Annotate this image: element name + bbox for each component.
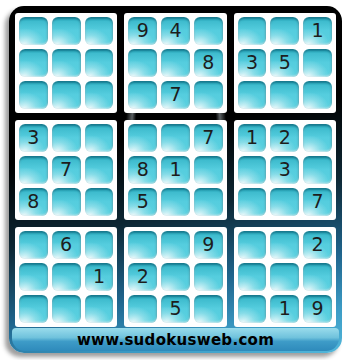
sudoku-cell-r8c4[interactable]: 2 <box>128 263 157 291</box>
sudoku-box-3: 135 <box>234 13 336 113</box>
sudoku-cell-r2c1[interactable] <box>19 49 48 77</box>
sudoku-cell-r7c2[interactable]: 6 <box>52 231 81 259</box>
sudoku-cell-r9c8[interactable]: 1 <box>270 295 299 323</box>
website-link[interactable]: www.sudokusweb.com <box>77 331 274 349</box>
sudoku-cell-r6c8[interactable] <box>270 188 299 216</box>
sudoku-cell-r1c4[interactable]: 9 <box>128 17 157 45</box>
sudoku-cell-r6c9[interactable]: 7 <box>303 188 332 216</box>
sudoku-cell-r5c7[interactable] <box>238 156 267 184</box>
sudoku-cell-r5c3[interactable] <box>85 156 114 184</box>
sudoku-box-1 <box>15 13 117 113</box>
sudoku-cell-r3c1[interactable] <box>19 81 48 109</box>
sudoku-cell-r7c1[interactable] <box>19 231 48 259</box>
sudoku-cell-r8c5[interactable] <box>161 263 190 291</box>
sudoku-cell-r9c5[interactable]: 5 <box>161 295 190 323</box>
sudoku-cell-r3c9[interactable] <box>303 81 332 109</box>
sudoku-cell-r7c8[interactable] <box>270 231 299 259</box>
sudoku-cell-r3c6[interactable] <box>194 81 223 109</box>
sudoku-cell-r6c3[interactable] <box>85 188 114 216</box>
sudoku-cell-r3c8[interactable] <box>270 81 299 109</box>
sudoku-cell-r3c3[interactable] <box>85 81 114 109</box>
sudoku-grid: 94871353787815123761925219 <box>15 13 336 327</box>
sudoku-cell-r5c9[interactable] <box>303 156 332 184</box>
sudoku-cell-r6c2[interactable] <box>52 188 81 216</box>
sudoku-cell-r2c9[interactable] <box>303 49 332 77</box>
sudoku-cell-r5c5[interactable]: 1 <box>161 156 190 184</box>
sudoku-cell-r2c3[interactable] <box>85 49 114 77</box>
sudoku-cell-r9c7[interactable] <box>238 295 267 323</box>
sudoku-cell-r9c4[interactable] <box>128 295 157 323</box>
sudoku-cell-r6c6[interactable] <box>194 188 223 216</box>
sudoku-cell-r9c9[interactable]: 9 <box>303 295 332 323</box>
sudoku-box-6: 1237 <box>234 120 336 220</box>
sudoku-cell-r1c5[interactable]: 4 <box>161 17 190 45</box>
sudoku-cell-r7c4[interactable] <box>128 231 157 259</box>
sudoku-cell-r3c2[interactable] <box>52 81 81 109</box>
sudoku-cell-r7c6[interactable]: 9 <box>194 231 223 259</box>
sudoku-cell-r2c7[interactable]: 3 <box>238 49 267 77</box>
sudoku-cell-r9c2[interactable] <box>52 295 81 323</box>
sudoku-cell-r5c2[interactable]: 7 <box>52 156 81 184</box>
sudoku-cell-r9c6[interactable] <box>194 295 223 323</box>
sudoku-cell-r2c6[interactable]: 8 <box>194 49 223 77</box>
sudoku-box-9: 219 <box>234 227 336 327</box>
sudoku-cell-r6c1[interactable]: 8 <box>19 188 48 216</box>
sudoku-box-2: 9487 <box>124 13 226 113</box>
sudoku-cell-r3c4[interactable] <box>128 81 157 109</box>
sudoku-cell-r8c1[interactable] <box>19 263 48 291</box>
sudoku-cell-r1c1[interactable] <box>19 17 48 45</box>
sudoku-cell-r4c4[interactable] <box>128 124 157 152</box>
sudoku-box-8: 925 <box>124 227 226 327</box>
sudoku-cell-r7c7[interactable] <box>238 231 267 259</box>
sudoku-cell-r7c9[interactable]: 2 <box>303 231 332 259</box>
sudoku-cell-r1c7[interactable] <box>238 17 267 45</box>
sudoku-cell-r2c8[interactable]: 5 <box>270 49 299 77</box>
sudoku-cell-r6c5[interactable] <box>161 188 190 216</box>
sudoku-cell-r4c3[interactable] <box>85 124 114 152</box>
sudoku-cell-r2c4[interactable] <box>128 49 157 77</box>
sudoku-cell-r4c1[interactable]: 3 <box>19 124 48 152</box>
sudoku-cell-r7c3[interactable] <box>85 231 114 259</box>
sudoku-cell-r9c3[interactable] <box>85 295 114 323</box>
footer-bar: www.sudokusweb.com <box>12 328 339 351</box>
sudoku-box-5: 7815 <box>124 120 226 220</box>
sudoku-cell-r3c7[interactable] <box>238 81 267 109</box>
sudoku-cell-r8c6[interactable] <box>194 263 223 291</box>
sudoku-cell-r8c9[interactable] <box>303 263 332 291</box>
sudoku-cell-r8c7[interactable] <box>238 263 267 291</box>
sudoku-cell-r1c6[interactable] <box>194 17 223 45</box>
sudoku-cell-r5c4[interactable]: 8 <box>128 156 157 184</box>
sudoku-cell-r1c8[interactable] <box>270 17 299 45</box>
sudoku-cell-r5c6[interactable] <box>194 156 223 184</box>
sudoku-cell-r3c5[interactable]: 7 <box>161 81 190 109</box>
sudoku-cell-r8c3[interactable]: 1 <box>85 263 114 291</box>
sudoku-cell-r1c9[interactable]: 1 <box>303 17 332 45</box>
sudoku-cell-r4c7[interactable]: 1 <box>238 124 267 152</box>
sudoku-cell-r8c2[interactable] <box>52 263 81 291</box>
sudoku-cell-r1c3[interactable] <box>85 17 114 45</box>
sudoku-cell-r6c7[interactable] <box>238 188 267 216</box>
sudoku-cell-r5c1[interactable] <box>19 156 48 184</box>
sudoku-cell-r8c8[interactable] <box>270 263 299 291</box>
sudoku-box-7: 61 <box>15 227 117 327</box>
sudoku-cell-r9c1[interactable] <box>19 295 48 323</box>
sudoku-cell-r4c2[interactable] <box>52 124 81 152</box>
sudoku-box-4: 378 <box>15 120 117 220</box>
sudoku-cell-r6c4[interactable]: 5 <box>128 188 157 216</box>
sudoku-cell-r2c2[interactable] <box>52 49 81 77</box>
sudoku-cell-r5c8[interactable]: 3 <box>270 156 299 184</box>
sudoku-cell-r1c2[interactable] <box>52 17 81 45</box>
sudoku-board: 94871353787815123761925219 www.sudokuswe… <box>9 6 342 353</box>
sudoku-cell-r7c5[interactable] <box>161 231 190 259</box>
sudoku-cell-r4c5[interactable] <box>161 124 190 152</box>
sudoku-cell-r4c9[interactable] <box>303 124 332 152</box>
sudoku-cell-r4c6[interactable]: 7 <box>194 124 223 152</box>
sudoku-cell-r2c5[interactable] <box>161 49 190 77</box>
sudoku-cell-r4c8[interactable]: 2 <box>270 124 299 152</box>
